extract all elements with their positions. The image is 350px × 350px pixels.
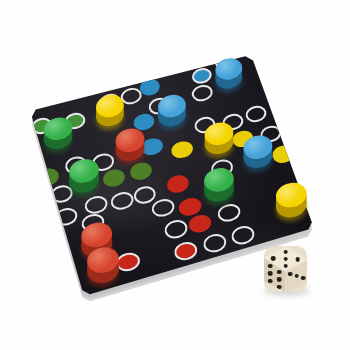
die-pip [294, 274, 299, 278]
die-pip [277, 270, 282, 274]
die-pip [268, 271, 273, 275]
ludo-game-photo [0, 0, 350, 350]
die-pip [288, 271, 293, 275]
ludo-board [0, 0, 350, 350]
die-pip [271, 256, 276, 260]
die-pip [277, 285, 282, 289]
die-pip [295, 257, 300, 261]
die-pip [277, 277, 282, 281]
die-pip [283, 250, 288, 254]
die-pip [283, 257, 288, 261]
die-pip [268, 264, 273, 268]
die-pip [283, 264, 288, 268]
die-pip [301, 276, 306, 280]
die[interactable] [264, 246, 307, 292]
die-pip [268, 279, 273, 283]
space-home-yellow [311, 199, 337, 221]
